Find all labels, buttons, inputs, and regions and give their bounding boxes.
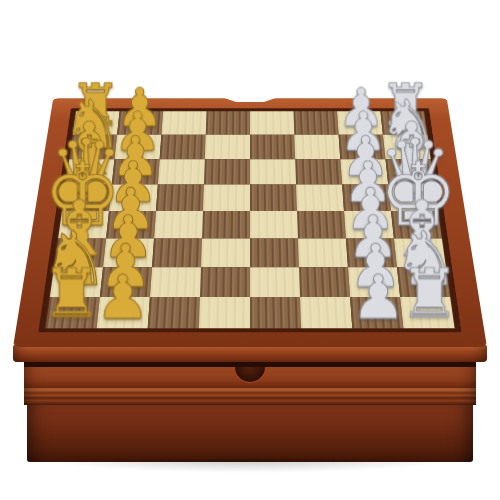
- square-d5: [203, 185, 250, 211]
- square-e4: [250, 211, 298, 239]
- square-e6: [250, 159, 296, 184]
- square-g2: ♟: [348, 267, 400, 297]
- square-g4: ♟: [344, 211, 394, 239]
- square-d6: [204, 159, 250, 184]
- square-f8: [293, 111, 338, 135]
- square-f1: [300, 297, 352, 328]
- square-d1: [199, 297, 250, 328]
- square-h3: ♝: [394, 239, 446, 268]
- square-f6: [295, 159, 342, 184]
- square-f2: [299, 267, 350, 297]
- square-b5: ♟: [109, 185, 158, 211]
- square-d3: [201, 239, 250, 268]
- square-h4: ♚: [391, 211, 442, 239]
- square-e7: [250, 135, 295, 159]
- square-g5: ♟: [342, 185, 391, 211]
- square-a7: ♞: [69, 135, 117, 159]
- board-lid: ♜♟♟♜♞♟♟♞♝♟♟♝♛♟♟♛♚♟♟♚♝♟♟♝♞♟♟♞♜♟♟♜: [13, 98, 487, 347]
- square-a5: ♛: [62, 185, 112, 211]
- square-h6: ♝: [386, 159, 435, 184]
- square-h7: ♞: [383, 135, 431, 159]
- square-a4: ♚: [58, 211, 109, 239]
- square-e5: [250, 185, 297, 211]
- square-c3: [152, 239, 202, 268]
- square-e8: [250, 111, 294, 135]
- silver-rook-h8: ♜: [379, 76, 431, 134]
- square-g7: ♟: [339, 135, 386, 159]
- square-b1: ♟: [97, 297, 150, 328]
- square-b7: ♟: [114, 135, 161, 159]
- square-h2: ♞: [397, 267, 450, 297]
- square-c8: [161, 111, 206, 135]
- square-c5: [156, 185, 204, 211]
- gold-rook-a8: ♜: [69, 76, 121, 134]
- silver-pawn-g1: ♟: [351, 267, 406, 328]
- square-g3: ♟: [346, 239, 397, 268]
- square-a8: ♜: [73, 111, 120, 135]
- square-f3: [298, 239, 348, 268]
- lid-lift-notch-icon: [223, 98, 276, 102]
- square-e3: [250, 239, 299, 268]
- square-c6: [158, 159, 205, 184]
- chess-box-product-photo: ♜♟♟♜♞♟♟♞♝♟♟♝♛♟♟♛♚♟♟♚♝♟♟♝♞♟♟♞♜♟♟♜: [0, 0, 500, 500]
- square-c1: [148, 297, 200, 328]
- square-h1: ♜: [400, 297, 454, 328]
- square-b6: ♟: [112, 159, 160, 184]
- square-b4: ♟: [106, 211, 156, 239]
- square-c7: [160, 135, 206, 159]
- square-d4: [202, 211, 250, 239]
- square-f5: [296, 185, 344, 211]
- square-g1: ♟: [350, 297, 403, 328]
- square-d7: [205, 135, 250, 159]
- square-c4: [154, 211, 203, 239]
- square-f4: [297, 211, 346, 239]
- square-e1: [250, 297, 301, 328]
- gold-pawn-b1: ♟: [95, 267, 150, 328]
- lid-front-edge: [13, 345, 487, 362]
- square-a3: ♝: [54, 239, 106, 268]
- square-a1: ♜: [45, 297, 99, 328]
- square-a6: ♝: [66, 159, 115, 184]
- square-g6: ♟: [340, 159, 388, 184]
- square-b2: ♟: [100, 267, 152, 297]
- box-body: [27, 405, 473, 462]
- chessboard: ♜♟♟♜♞♟♟♞♝♟♟♝♛♟♟♛♚♟♟♚♝♟♟♝♞♟♟♞♜♟♟♜: [44, 111, 456, 329]
- square-d8: [206, 111, 250, 135]
- square-b8: ♟: [117, 111, 163, 135]
- ground-shadow: [45, 459, 455, 473]
- square-e2: [250, 267, 300, 297]
- square-g8: ♟: [337, 111, 383, 135]
- square-h5: ♛: [388, 185, 438, 211]
- square-h8: ♜: [380, 111, 427, 135]
- square-f7: [294, 135, 340, 159]
- square-b3: ♟: [103, 239, 154, 268]
- box-molding: [24, 388, 476, 405]
- square-d2: [200, 267, 250, 297]
- square-a2: ♞: [50, 267, 103, 297]
- square-c2: [150, 267, 201, 297]
